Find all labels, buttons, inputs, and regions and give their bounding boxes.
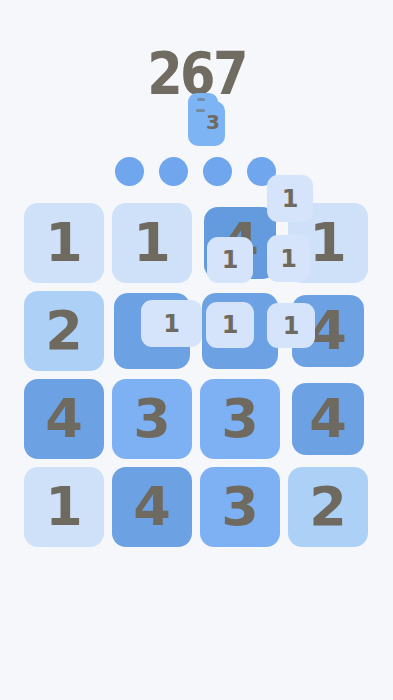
- merging-tile: 1: [267, 235, 310, 282]
- merging-tile: 1: [267, 175, 313, 222]
- tile-value: 1: [282, 187, 299, 211]
- merging-tile: 1: [267, 303, 315, 348]
- merging-tile: 1: [206, 302, 254, 348]
- merging-tile: 1: [207, 237, 253, 283]
- tile-value: 1: [283, 314, 300, 338]
- tile-value: 1: [222, 248, 239, 272]
- tile-value: 1: [163, 312, 180, 336]
- merging-tile: 1: [141, 300, 202, 347]
- tile-value: 1: [222, 313, 239, 337]
- game-screen: 267 3 11412443341432 111111: [0, 0, 393, 700]
- tile-value: 1: [280, 247, 297, 271]
- merge-animation-layer: 111111: [0, 0, 393, 700]
